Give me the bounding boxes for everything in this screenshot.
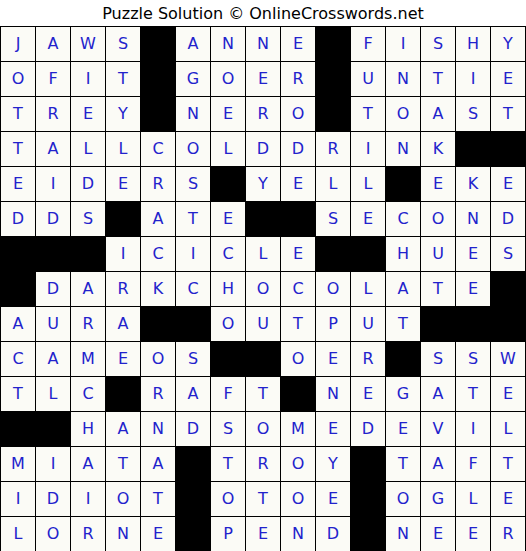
letter-cell: E (351, 202, 386, 237)
letter-cell: J (1, 27, 36, 62)
letter-cell: T (421, 62, 456, 97)
letter-cell: O (281, 482, 316, 517)
letter-cell: N (386, 62, 421, 97)
letter-cell: R (141, 167, 176, 202)
letter-cell: A (176, 27, 211, 62)
letter-cell: A (106, 412, 141, 447)
page-title: Puzzle Solution © OnlineCrosswords.net (0, 0, 526, 26)
letter-cell: T (491, 447, 526, 482)
letter-cell: E (1, 167, 36, 202)
letter-cell: C (176, 272, 211, 307)
black-cell (351, 482, 386, 517)
letter-cell: N (316, 377, 351, 412)
letter-cell: O (176, 132, 211, 167)
letter-cell: L (211, 132, 246, 167)
letter-cell: A (36, 132, 71, 167)
black-cell (491, 132, 526, 167)
black-cell (386, 342, 421, 377)
letter-cell: R (246, 447, 281, 482)
letter-cell: Y (491, 27, 526, 62)
letter-cell: L (351, 272, 386, 307)
black-cell (106, 377, 141, 412)
letter-cell: H (456, 27, 491, 62)
letter-cell: O (281, 97, 316, 132)
black-cell (1, 412, 36, 447)
letter-cell: S (176, 167, 211, 202)
letter-cell: T (211, 447, 246, 482)
letter-cell: E (106, 167, 141, 202)
letter-cell: N (281, 517, 316, 551)
black-cell (316, 27, 351, 62)
letter-cell: E (491, 62, 526, 97)
letter-cell: I (1, 482, 36, 517)
crossword-grid: JAWSANNEFISHYOFITGOERUNTIETREYNEROTOASTT… (0, 26, 526, 551)
letter-cell: N (386, 517, 421, 551)
letter-cell: Y (106, 97, 141, 132)
letter-cell: T (246, 482, 281, 517)
letter-cell: H (211, 272, 246, 307)
letter-cell: D (36, 482, 71, 517)
letter-cell: E (491, 482, 526, 517)
letter-cell: E (141, 517, 176, 551)
black-cell (176, 447, 211, 482)
letter-cell: I (176, 237, 211, 272)
letter-cell: N (386, 132, 421, 167)
letter-cell: S (456, 342, 491, 377)
letter-cell: A (141, 447, 176, 482)
letter-cell: T (281, 307, 316, 342)
black-cell (1, 272, 36, 307)
letter-cell: F (36, 62, 71, 97)
letter-cell: U (246, 307, 281, 342)
letter-cell: S (71, 202, 106, 237)
letter-cell: A (71, 447, 106, 482)
letter-cell: A (36, 342, 71, 377)
letter-cell: O (246, 412, 281, 447)
letter-cell: C (1, 342, 36, 377)
letter-cell: O (421, 202, 456, 237)
letter-cell: A (176, 377, 211, 412)
letter-cell: Y (246, 167, 281, 202)
black-cell (316, 62, 351, 97)
letter-cell: E (456, 237, 491, 272)
letter-cell: T (1, 97, 36, 132)
letter-cell: T (421, 272, 456, 307)
letter-cell: C (281, 272, 316, 307)
letter-cell: P (211, 517, 246, 551)
letter-cell: R (491, 517, 526, 551)
letter-cell: A (36, 27, 71, 62)
letter-cell: T (351, 97, 386, 132)
letter-cell: I (36, 447, 71, 482)
black-cell (211, 342, 246, 377)
letter-cell: A (1, 307, 36, 342)
letter-cell: W (71, 27, 106, 62)
letter-cell: U (351, 62, 386, 97)
letter-cell: S (211, 412, 246, 447)
letter-cell: E (281, 27, 316, 62)
black-cell (71, 237, 106, 272)
letter-cell: D (316, 517, 351, 551)
letter-cell: L (36, 377, 71, 412)
letter-cell: O (211, 482, 246, 517)
letter-cell: E (491, 167, 526, 202)
black-cell (421, 307, 456, 342)
black-cell (141, 307, 176, 342)
letter-cell: E (491, 377, 526, 412)
letter-cell: E (316, 482, 351, 517)
letter-cell: R (36, 97, 71, 132)
letter-cell: C (141, 237, 176, 272)
letter-cell: E (71, 97, 106, 132)
letter-cell: E (386, 412, 421, 447)
letter-cell: Y (316, 447, 351, 482)
letter-cell: L (316, 167, 351, 202)
letter-cell: E (281, 237, 316, 272)
letter-cell: G (386, 377, 421, 412)
letter-cell: G (421, 482, 456, 517)
letter-cell: W (491, 342, 526, 377)
black-cell (351, 237, 386, 272)
letter-cell: D (176, 412, 211, 447)
letter-cell: C (211, 237, 246, 272)
black-cell (246, 342, 281, 377)
letter-cell: A (106, 307, 141, 342)
letter-cell: O (281, 342, 316, 377)
black-cell (281, 377, 316, 412)
letter-cell: I (386, 27, 421, 62)
letter-cell: P (316, 307, 351, 342)
letter-cell: E (281, 167, 316, 202)
letter-cell: R (141, 377, 176, 412)
letter-cell: O (211, 62, 246, 97)
letter-cell: D (36, 202, 71, 237)
black-cell (316, 97, 351, 132)
black-cell (316, 237, 351, 272)
letter-cell: D (281, 132, 316, 167)
letter-cell: T (1, 377, 36, 412)
letter-cell: T (1, 132, 36, 167)
black-cell (176, 482, 211, 517)
letter-cell: N (456, 202, 491, 237)
letter-cell: A (421, 97, 456, 132)
letter-cell: R (246, 97, 281, 132)
letter-cell: A (386, 272, 421, 307)
letter-cell: O (246, 272, 281, 307)
black-cell (141, 97, 176, 132)
letter-cell: T (386, 307, 421, 342)
letter-cell: O (211, 307, 246, 342)
letter-cell: E (421, 517, 456, 551)
letter-cell: L (351, 167, 386, 202)
letter-cell: K (141, 272, 176, 307)
black-cell (386, 167, 421, 202)
black-cell (36, 237, 71, 272)
letter-cell: I (71, 62, 106, 97)
letter-cell: M (1, 447, 36, 482)
letter-cell: G (176, 62, 211, 97)
letter-cell: E (351, 377, 386, 412)
letter-cell: T (141, 482, 176, 517)
black-cell (491, 272, 526, 307)
letter-cell: H (386, 237, 421, 272)
letter-cell: E (211, 97, 246, 132)
letter-cell: A (421, 377, 456, 412)
black-cell (176, 517, 211, 551)
letter-cell: O (141, 342, 176, 377)
letter-cell: S (456, 97, 491, 132)
letter-cell: E (456, 272, 491, 307)
black-cell (491, 307, 526, 342)
black-cell (36, 412, 71, 447)
letter-cell: S (106, 27, 141, 62)
letter-cell: E (106, 342, 141, 377)
black-cell (176, 307, 211, 342)
letter-cell: D (71, 167, 106, 202)
letter-cell: A (71, 272, 106, 307)
letter-cell: S (421, 27, 456, 62)
letter-cell: N (141, 412, 176, 447)
letter-cell: I (456, 62, 491, 97)
letter-cell: R (71, 307, 106, 342)
black-cell (456, 132, 491, 167)
black-cell (1, 237, 36, 272)
letter-cell: K (421, 132, 456, 167)
letter-cell: O (36, 517, 71, 551)
letter-cell: I (71, 482, 106, 517)
letter-cell: O (1, 62, 36, 97)
letter-cell: S (176, 342, 211, 377)
letter-cell: F (456, 447, 491, 482)
letter-cell: D (1, 202, 36, 237)
letter-cell: L (491, 412, 526, 447)
black-cell (141, 27, 176, 62)
letter-cell: I (36, 167, 71, 202)
letter-cell: T (386, 447, 421, 482)
letter-cell: D (491, 202, 526, 237)
letter-cell: K (456, 167, 491, 202)
letter-cell: F (351, 27, 386, 62)
letter-cell: O (386, 482, 421, 517)
letter-cell: I (456, 412, 491, 447)
letter-cell: H (71, 412, 106, 447)
letter-cell: L (456, 482, 491, 517)
letter-cell: R (106, 272, 141, 307)
letter-cell: N (246, 27, 281, 62)
letter-cell: L (106, 132, 141, 167)
letter-cell: T (176, 202, 211, 237)
letter-cell: S (421, 342, 456, 377)
black-cell (211, 167, 246, 202)
letter-cell: O (386, 97, 421, 132)
letter-cell: U (351, 307, 386, 342)
letter-cell: F (211, 377, 246, 412)
letter-cell: T (106, 447, 141, 482)
letter-cell: E (456, 517, 491, 551)
black-cell (106, 202, 141, 237)
letter-cell: E (316, 412, 351, 447)
letter-cell: U (36, 307, 71, 342)
letter-cell: E (316, 342, 351, 377)
letter-cell: C (386, 202, 421, 237)
letter-cell: N (176, 97, 211, 132)
letter-cell: L (1, 517, 36, 551)
letter-cell: M (281, 412, 316, 447)
letter-cell: I (106, 237, 141, 272)
letter-cell: R (281, 62, 316, 97)
letter-cell: O (316, 272, 351, 307)
letter-cell: L (246, 237, 281, 272)
letter-cell: R (316, 132, 351, 167)
letter-cell: E (211, 202, 246, 237)
letter-cell: C (71, 377, 106, 412)
letter-cell: R (71, 517, 106, 551)
black-cell (351, 447, 386, 482)
letter-cell: M (71, 342, 106, 377)
crossword-solution-page: Puzzle Solution © OnlineCrosswords.net J… (0, 0, 526, 551)
letter-cell: C (141, 132, 176, 167)
letter-cell: S (491, 237, 526, 272)
black-cell (281, 202, 316, 237)
letter-cell: O (106, 482, 141, 517)
letter-cell: D (246, 132, 281, 167)
letter-cell: I (351, 132, 386, 167)
black-cell (246, 202, 281, 237)
black-cell (351, 517, 386, 551)
letter-cell: A (421, 447, 456, 482)
letter-cell: S (316, 202, 351, 237)
letter-cell: T (456, 377, 491, 412)
letter-cell: O (281, 447, 316, 482)
letter-cell: D (36, 272, 71, 307)
letter-cell: T (491, 97, 526, 132)
letter-cell: D (351, 412, 386, 447)
letter-cell: R (351, 342, 386, 377)
black-cell (456, 307, 491, 342)
letter-cell: U (421, 237, 456, 272)
letter-cell: E (246, 62, 281, 97)
letter-cell: N (106, 517, 141, 551)
letter-cell: T (106, 62, 141, 97)
black-cell (141, 62, 176, 97)
letter-cell: E (421, 167, 456, 202)
letter-cell: E (246, 517, 281, 551)
letter-cell: L (71, 132, 106, 167)
letter-cell: A (141, 202, 176, 237)
letter-cell: V (421, 412, 456, 447)
letter-cell: T (246, 377, 281, 412)
letter-cell: N (211, 27, 246, 62)
